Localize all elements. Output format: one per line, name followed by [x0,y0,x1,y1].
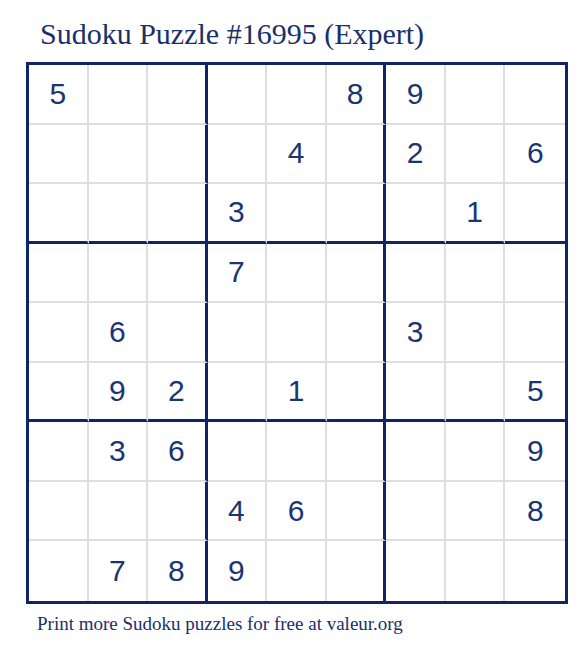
cell-r8c3 [148,482,208,542]
cell-r4c4: 7 [208,244,268,304]
cell-r7c1 [29,422,89,482]
cell-r9c8 [446,541,506,601]
cell-r2c6 [327,125,387,185]
cell-r1c3 [148,65,208,125]
cell-r2c9: 6 [505,125,565,185]
cell-r2c5: 4 [267,125,327,185]
cell-r5c6 [327,303,387,363]
page-title: Sudoku Puzzle #16995 (Expert) [40,17,424,50]
cell-r9c1 [29,541,89,601]
cell-r9c9 [505,541,565,601]
cell-r6c5: 1 [267,363,327,423]
cell-r6c6 [327,363,387,423]
cell-r1c9 [505,65,565,125]
cell-r6c7 [386,363,446,423]
cell-r4c6 [327,244,387,304]
cell-r6c2: 9 [89,363,149,423]
cell-r3c3 [148,184,208,244]
cell-r9c5 [267,541,327,601]
cell-r8c9: 8 [505,482,565,542]
cell-r7c8 [446,422,506,482]
cell-r1c7: 9 [386,65,446,125]
footer-text: Print more Sudoku puzzles for free at va… [37,612,403,636]
cell-r3c2 [89,184,149,244]
cell-r4c2 [89,244,149,304]
cell-r7c3: 6 [148,422,208,482]
cell-r3c9 [505,184,565,244]
cell-r6c4 [208,363,268,423]
cell-r1c6: 8 [327,65,387,125]
cell-r1c1: 5 [29,65,89,125]
cell-r7c5 [267,422,327,482]
cell-r5c4 [208,303,268,363]
cell-r5c2: 6 [89,303,149,363]
cell-r3c8: 1 [446,184,506,244]
sudoku-board: 589426317639215369468789 [26,62,568,604]
cell-r4c9 [505,244,565,304]
cell-r3c6 [327,184,387,244]
cell-r5c3 [148,303,208,363]
cell-r8c6 [327,482,387,542]
cell-r2c8 [446,125,506,185]
cell-r5c9 [505,303,565,363]
cell-r3c7 [386,184,446,244]
cell-r8c8 [446,482,506,542]
cell-r8c7 [386,482,446,542]
cell-r5c8 [446,303,506,363]
cell-r9c3: 8 [148,541,208,601]
cell-r7c9: 9 [505,422,565,482]
cell-r1c4 [208,65,268,125]
cell-r4c3 [148,244,208,304]
cell-r2c2 [89,125,149,185]
cell-r5c1 [29,303,89,363]
cell-r2c7: 2 [386,125,446,185]
cell-r1c2 [89,65,149,125]
cell-r1c5 [267,65,327,125]
cell-r8c4: 4 [208,482,268,542]
cell-r9c4: 9 [208,541,268,601]
cell-r7c4 [208,422,268,482]
cell-r6c9: 5 [505,363,565,423]
cell-r5c7: 3 [386,303,446,363]
cell-r4c7 [386,244,446,304]
cell-r3c4: 3 [208,184,268,244]
cell-r9c2: 7 [89,541,149,601]
cell-r8c1 [29,482,89,542]
cell-r8c5: 6 [267,482,327,542]
cell-r3c5 [267,184,327,244]
cell-r2c4 [208,125,268,185]
cell-r8c2 [89,482,149,542]
cell-r3c1 [29,184,89,244]
cell-r4c5 [267,244,327,304]
cell-r9c7 [386,541,446,601]
cell-r9c6 [327,541,387,601]
cell-r7c6 [327,422,387,482]
cell-r4c1 [29,244,89,304]
cell-r7c2: 3 [89,422,149,482]
cell-r6c1 [29,363,89,423]
cell-r6c3: 2 [148,363,208,423]
cell-r5c5 [267,303,327,363]
cell-r2c1 [29,125,89,185]
cell-r2c3 [148,125,208,185]
cell-r6c8 [446,363,506,423]
cell-r1c8 [446,65,506,125]
cell-r7c7 [386,422,446,482]
cell-r4c8 [446,244,506,304]
